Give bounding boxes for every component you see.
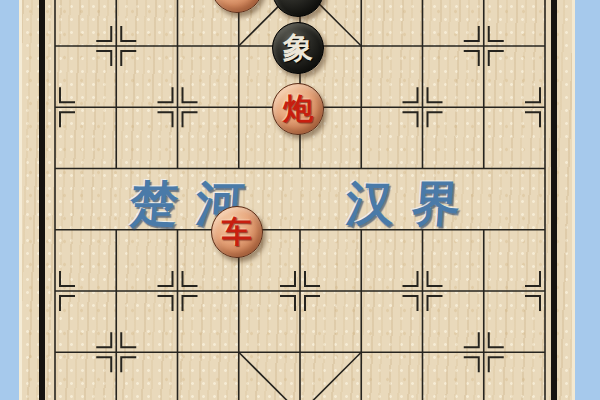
piece-character: 车 xyxy=(222,217,252,247)
red-chariot[interactable]: 车 xyxy=(211,206,263,258)
xiangqi-board-screen: 楚河 汉界 象炮车 xyxy=(0,0,600,400)
piece-character: 象 xyxy=(283,33,313,63)
river-label-han-jie: 汉界 xyxy=(344,172,480,236)
piece-character: 炮 xyxy=(283,94,313,124)
black-elephant[interactable]: 象 xyxy=(272,22,324,74)
red-cannon[interactable]: 炮 xyxy=(272,83,324,135)
